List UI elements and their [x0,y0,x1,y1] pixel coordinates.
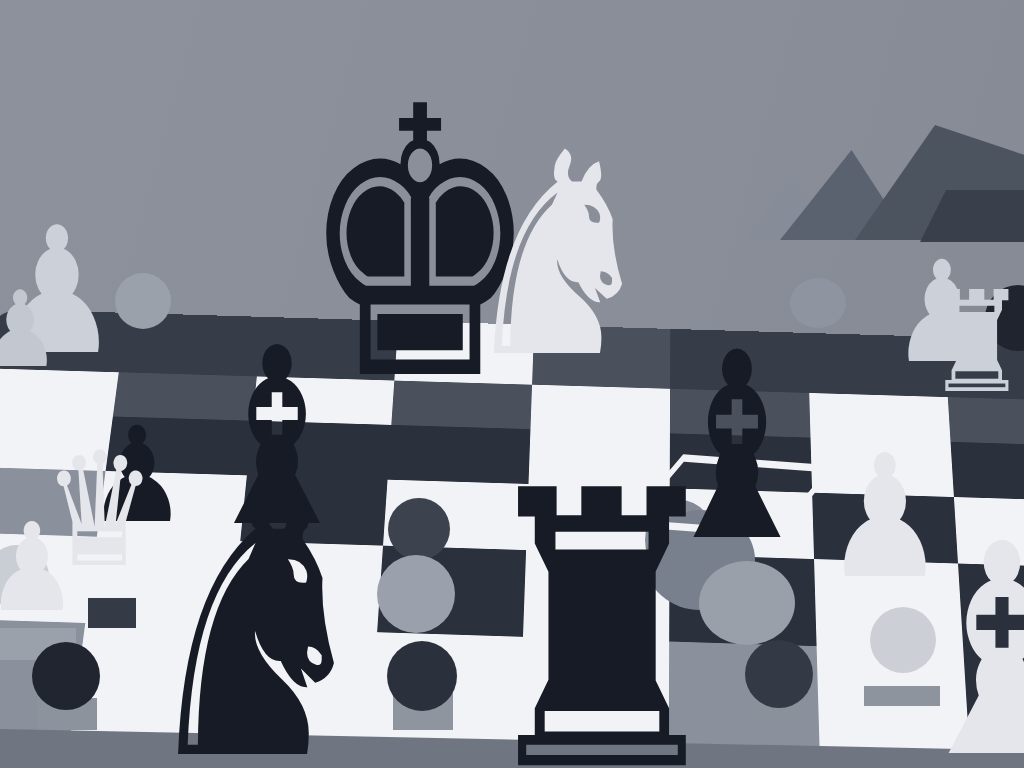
white-bishop-piece: ♝ [900,506,1024,768]
black-knight-piece: ♞ [134,443,378,768]
chess-illustration-scene: ♟♟♟♜♚♞♝♝♟♛♟♟♝♞♜ [0,0,1024,768]
white-pawn-piece: ♟ [0,507,78,629]
black-rook-piece: ♜ [468,442,735,768]
white-knight-piece: ♞ [458,116,659,396]
white-pawn-piece: ♟ [0,278,60,383]
white-rook-piece: ♜ [927,273,1024,413]
pieces-layer: ♟♟♟♜♚♞♝♝♟♛♟♟♝♞♜ [0,0,1024,768]
